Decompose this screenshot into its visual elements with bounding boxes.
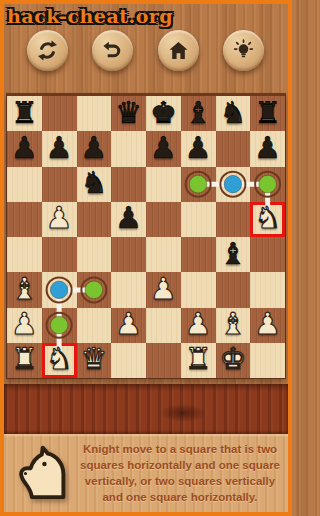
piece-white-knight-b1[interactable]: ♞ <box>42 343 77 378</box>
piece-white-pawn-b5[interactable]: ♟ <box>42 202 77 237</box>
piece-black-queen-d8[interactable]: ♛ <box>111 96 146 131</box>
piece-white-rook-a1[interactable]: ♜ <box>7 343 42 378</box>
undo-button[interactable] <box>92 30 133 71</box>
home-button[interactable] <box>158 30 199 71</box>
tutorial-panel: Knight move to a square that is two squa… <box>4 434 288 512</box>
toolbar <box>0 30 292 76</box>
piece-black-pawn-f7[interactable]: ♟ <box>181 131 216 166</box>
refresh-icon <box>36 39 59 62</box>
piece-black-pawn-a7[interactable]: ♟ <box>7 131 42 166</box>
piece-white-knight-h5[interactable]: ♞ <box>250 202 285 237</box>
piece-black-rook-h8[interactable]: ♜ <box>250 96 285 131</box>
piece-black-king-e8[interactable]: ♚ <box>146 96 181 131</box>
wood-band <box>4 384 288 434</box>
piece-white-pawn-e3[interactable]: ♟ <box>146 272 181 307</box>
tutorial-text: Knight move to a square that is two squa… <box>77 441 283 505</box>
piece-white-pawn-d2[interactable]: ♟ <box>111 308 146 343</box>
piece-white-queen-c1[interactable]: ♛ <box>77 343 112 378</box>
hint-button[interactable] <box>223 30 264 71</box>
piece-white-bishop-g2[interactable]: ♝ <box>216 308 251 343</box>
piece-black-pawn-h7[interactable]: ♟ <box>250 131 285 166</box>
undo-icon <box>101 39 124 62</box>
piece-black-pawn-c7[interactable]: ♟ <box>77 131 112 166</box>
piece-black-pawn-b7[interactable]: ♟ <box>42 131 77 166</box>
piece-black-rook-a8[interactable]: ♜ <box>7 96 42 131</box>
piece-black-knight-g8[interactable]: ♞ <box>216 96 251 131</box>
watermark: hack-cheat.org <box>7 5 173 27</box>
piece-white-pawn-f2[interactable]: ♟ <box>181 308 216 343</box>
piece-black-knight-c6[interactable]: ♞ <box>77 167 112 202</box>
chess-board: ♜♛♚♝♞♜♟♟♟♟♟♟♞♟♟♞♝♝♟♟♟♟♝♟♜♞♛♜♚ <box>6 93 286 379</box>
piece-white-pawn-a2[interactable]: ♟ <box>7 308 42 343</box>
home-icon <box>167 39 190 62</box>
restart-button[interactable] <box>27 30 68 71</box>
pieces-layer: ♜♛♚♝♞♜♟♟♟♟♟♟♞♟♟♞♝♝♟♟♟♟♝♟♜♞♛♜♚ <box>7 96 285 378</box>
piece-white-pawn-h2[interactable]: ♟ <box>250 308 285 343</box>
piece-white-bishop-a3[interactable]: ♝ <box>7 272 42 307</box>
piece-black-bishop-g4[interactable]: ♝ <box>216 237 251 272</box>
piece-white-king-g1[interactable]: ♚ <box>216 343 251 378</box>
lightbulb-icon <box>232 39 255 62</box>
knight-icon <box>13 441 75 505</box>
piece-black-pawn-d5[interactable]: ♟ <box>111 202 146 237</box>
piece-black-pawn-e7[interactable]: ♟ <box>146 131 181 166</box>
piece-white-rook-f1[interactable]: ♜ <box>181 343 216 378</box>
piece-black-bishop-f8[interactable]: ♝ <box>181 96 216 131</box>
